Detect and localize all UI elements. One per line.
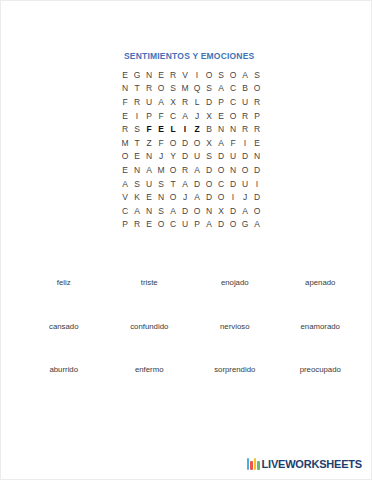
grid-cell-r2c7[interactable]: Q	[191, 82, 203, 96]
grid-cell-r11c2[interactable]: A	[131, 204, 143, 218]
grid-cell-r2c12[interactable]: O	[251, 82, 263, 96]
grid-cell-r8c5[interactable]: O	[167, 163, 179, 177]
grid-cell-r6c5[interactable]: O	[167, 136, 179, 150]
grid-cell-r8c8[interactable]: D	[203, 163, 215, 177]
liveworksheets-brand-text: LIVEWORKSHEETS	[262, 458, 363, 470]
grid-cell-r11c5[interactable]: A	[167, 204, 179, 218]
grid-cell-r6c6[interactable]: D	[179, 136, 191, 150]
grid-cell-r8c6[interactable]: R	[179, 163, 191, 177]
grid-cell-r8c1[interactable]: E	[119, 163, 131, 177]
grid-cell-r9c6[interactable]: A	[179, 177, 191, 191]
grid-cell-r4c11[interactable]: R	[239, 109, 251, 123]
grid-cell-r7c8[interactable]: S	[203, 150, 215, 164]
grid-cell-r2c1[interactable]: N	[119, 82, 131, 96]
word-list-item-enojado: enojado	[192, 277, 278, 289]
grid-cell-r4c9[interactable]: E	[215, 109, 227, 123]
grid-cell-r3c3[interactable]: U	[143, 95, 155, 109]
grid-cell-r11c6[interactable]: D	[179, 204, 191, 218]
grid-cell-r3c9[interactable]: P	[215, 95, 227, 109]
word-list-item-aburrido: aburrido	[21, 364, 107, 376]
grid-cell-r1c3[interactable]: N	[143, 68, 155, 82]
grid-cell-r8c10[interactable]: N	[227, 163, 239, 177]
grid-cell-r6c9[interactable]: A	[215, 136, 227, 150]
grid-cell-r3c11[interactable]: U	[239, 95, 251, 109]
grid-cell-r12c1[interactable]: P	[119, 218, 131, 232]
grid-cell-r2c4[interactable]: O	[155, 82, 167, 96]
grid-cell-r3c8[interactable]: D	[203, 95, 215, 109]
grid-cell-r5c11[interactable]: R	[239, 122, 251, 136]
grid-cell-r3c10[interactable]: C	[227, 95, 239, 109]
grid-cell-r9c8[interactable]: O	[203, 177, 215, 191]
grid-cell-r10c10[interactable]: I	[227, 190, 239, 204]
grid-cell-r3c7[interactable]: L	[191, 95, 203, 109]
grid-cell-r1c7[interactable]: I	[191, 68, 203, 82]
grid-cell-r8c7[interactable]: A	[191, 163, 203, 177]
grid-cell-r7c6[interactable]: D	[179, 150, 191, 164]
grid-cell-r5c10[interactable]: N	[227, 122, 239, 136]
grid-cell-r10c11[interactable]: J	[239, 190, 251, 204]
word-list: feliztristeenojadoapenadocansadoconfundi…	[21, 277, 363, 376]
grid-cell-r11c8[interactable]: N	[203, 204, 215, 218]
grid-cell-r11c1[interactable]: C	[119, 204, 131, 218]
grid-cell-r9c4[interactable]: S	[155, 177, 167, 191]
grid-cell-r5c6[interactable]: I	[179, 122, 191, 136]
grid-cell-r7c3[interactable]: N	[143, 150, 155, 164]
grid-cell-r2c2[interactable]: T	[131, 82, 143, 96]
grid-cell-r9c12[interactable]: I	[251, 177, 263, 191]
grid-cell-r3c6[interactable]: R	[179, 95, 191, 109]
grid-cell-r5c4[interactable]: E	[155, 122, 167, 136]
word-list-item-cansado: cansado	[21, 321, 107, 333]
grid-cell-r5c7[interactable]: Z	[191, 122, 203, 136]
grid-cell-r7c4[interactable]: J	[155, 150, 167, 164]
grid-cell-r2c9[interactable]: A	[215, 82, 227, 96]
grid-cell-r2c5[interactable]: S	[167, 82, 179, 96]
grid-cell-r4c12[interactable]: P	[251, 109, 263, 123]
grid-cell-r12c2[interactable]: R	[131, 218, 143, 232]
grid-cell-r12c8[interactable]: A	[203, 218, 215, 232]
grid-cell-r6c3[interactable]: Z	[143, 136, 155, 150]
grid-cell-r8c12[interactable]: D	[251, 163, 263, 177]
grid-cell-r8c9[interactable]: O	[215, 163, 227, 177]
grid-cell-r6c2[interactable]: T	[131, 136, 143, 150]
word-list-item-triste: triste	[107, 277, 193, 289]
grid-cell-r11c11[interactable]: A	[239, 204, 251, 218]
puzzle-title: SENTIMIENTOS Y EMOCIONES	[124, 51, 254, 61]
grid-cell-r8c2[interactable]: N	[131, 163, 143, 177]
word-list-item-confundido: confundido	[107, 321, 193, 333]
grid-cell-r10c9[interactable]: O	[215, 190, 227, 204]
liveworksheets-bars-icon	[247, 458, 260, 470]
grid-cell-r3c4[interactable]: A	[155, 95, 167, 109]
grid-cell-r5c9[interactable]: N	[215, 122, 227, 136]
grid-cell-r10c3[interactable]: E	[143, 190, 155, 204]
grid-cell-r5c2[interactable]: S	[131, 122, 143, 136]
grid-cell-r7c9[interactable]: D	[215, 150, 227, 164]
grid-cell-r9c7[interactable]: D	[191, 177, 203, 191]
grid-cell-r2c10[interactable]: C	[227, 82, 239, 96]
grid-cell-r2c6[interactable]: M	[179, 82, 191, 96]
word-list-item-apenado: apenado	[278, 277, 364, 289]
grid-cell-r6c10[interactable]: F	[227, 136, 239, 150]
word-list-item-nervioso: nervioso	[192, 321, 278, 333]
grid-cell-r7c2[interactable]: E	[131, 150, 143, 164]
grid-cell-r1c11[interactable]: A	[239, 68, 251, 82]
grid-cell-r3c5[interactable]: X	[167, 95, 179, 109]
grid-cell-r7c7[interactable]: U	[191, 150, 203, 164]
grid-cell-r8c11[interactable]: O	[239, 163, 251, 177]
grid-cell-r2c3[interactable]: R	[143, 82, 155, 96]
grid-cell-r12c6[interactable]: U	[179, 218, 191, 232]
grid-cell-r3c12[interactable]: R	[251, 95, 263, 109]
grid-cell-r2c11[interactable]: B	[239, 82, 251, 96]
grid-cell-r7c10[interactable]: U	[227, 150, 239, 164]
grid-cell-r10c6[interactable]: J	[179, 190, 191, 204]
grid-cell-r6c11[interactable]: I	[239, 136, 251, 150]
grid-cell-r11c10[interactable]: D	[227, 204, 239, 218]
grid-cell-r5c3[interactable]: F	[143, 122, 155, 136]
grid-cell-r12c10[interactable]: O	[227, 218, 239, 232]
grid-cell-r9c5[interactable]: T	[167, 177, 179, 191]
grid-cell-r4c2[interactable]: I	[131, 109, 143, 123]
grid-cell-r9c2[interactable]: S	[131, 177, 143, 191]
grid-cell-r5c12[interactable]: R	[251, 122, 263, 136]
grid-cell-r1c8[interactable]: O	[203, 68, 215, 82]
grid-cell-r10c12[interactable]: D	[251, 190, 263, 204]
grid-cell-r6c4[interactable]: F	[155, 136, 167, 150]
grid-cell-r10c7[interactable]: A	[191, 190, 203, 204]
grid-cell-r1c9[interactable]: S	[215, 68, 227, 82]
grid-cell-r5c5[interactable]: L	[167, 122, 179, 136]
grid-cell-r1c5[interactable]: R	[167, 68, 179, 82]
grid-cell-r1c2[interactable]: G	[131, 68, 143, 82]
grid-cell-r4c4[interactable]: F	[155, 109, 167, 123]
grid-cell-r11c9[interactable]: X	[215, 204, 227, 218]
grid-cell-r2c8[interactable]: S	[203, 82, 215, 96]
grid-cell-r4c8[interactable]: X	[203, 109, 215, 123]
grid-cell-r4c7[interactable]: J	[191, 109, 203, 123]
grid-cell-r8c4[interactable]: M	[155, 163, 167, 177]
grid-cell-r4c1[interactable]: E	[119, 109, 131, 123]
grid-cell-r7c12[interactable]: N	[251, 150, 263, 164]
grid-cell-r1c10[interactable]: O	[227, 68, 239, 82]
grid-cell-r5c1[interactable]: R	[119, 122, 131, 136]
grid-cell-r9c10[interactable]: D	[227, 177, 239, 191]
word-search-grid: EGNERVIOSOASNTROSMQSACBOFRUAXRLDPCUREIPF…	[119, 68, 263, 231]
grid-cell-r9c11[interactable]: U	[239, 177, 251, 191]
grid-cell-r6c8[interactable]: X	[203, 136, 215, 150]
grid-cell-r9c1[interactable]: A	[119, 177, 131, 191]
word-list-item-enfermo: enfermo	[107, 364, 193, 376]
grid-cell-r11c12[interactable]: O	[251, 204, 263, 218]
grid-cell-r6c12[interactable]: E	[251, 136, 263, 150]
grid-cell-r5c8[interactable]: B	[203, 122, 215, 136]
grid-cell-r1c1[interactable]: E	[119, 68, 131, 82]
grid-cell-r12c4[interactable]: O	[155, 218, 167, 232]
word-list-item-enamorado: enamorado	[278, 321, 364, 333]
grid-cell-r4c3[interactable]: P	[143, 109, 155, 123]
liveworksheets-logo: LIVEWORKSHEETS	[247, 456, 363, 472]
word-list-item-feliz: feliz	[21, 277, 107, 289]
grid-cell-r6c7[interactable]: O	[191, 136, 203, 150]
grid-cell-r12c9[interactable]: D	[215, 218, 227, 232]
grid-cell-r11c7[interactable]: O	[191, 204, 203, 218]
grid-cell-r12c12[interactable]: A	[251, 218, 263, 232]
grid-cell-r1c12[interactable]: S	[251, 68, 263, 82]
worksheet-page: SENTIMIENTOS Y EMOCIONES EGNERVIOSOASNTR…	[0, 0, 372, 480]
grid-cell-r7c1[interactable]: O	[119, 150, 131, 164]
grid-cell-r4c10[interactable]: O	[227, 109, 239, 123]
grid-cell-r3c2[interactable]: R	[131, 95, 143, 109]
grid-cell-r10c2[interactable]: K	[131, 190, 143, 204]
grid-cell-r4c5[interactable]: C	[167, 109, 179, 123]
word-list-item-preocupado: preocupado	[278, 364, 364, 376]
grid-cell-r7c5[interactable]: Y	[167, 150, 179, 164]
grid-cell-r1c4[interactable]: E	[155, 68, 167, 82]
grid-cell-r12c11[interactable]: G	[239, 218, 251, 232]
grid-cell-r10c4[interactable]: N	[155, 190, 167, 204]
grid-cell-r12c3[interactable]: E	[143, 218, 155, 232]
grid-cell-r8c3[interactable]: A	[143, 163, 155, 177]
grid-cell-r9c9[interactable]: C	[215, 177, 227, 191]
word-list-item-sorprendido: sorprendido	[192, 364, 278, 376]
grid-cell-r1c6[interactable]: V	[179, 68, 191, 82]
grid-cell-r10c5[interactable]: O	[167, 190, 179, 204]
grid-cell-r11c3[interactable]: N	[143, 204, 155, 218]
grid-cell-r11c4[interactable]: S	[155, 204, 167, 218]
grid-cell-r9c3[interactable]: U	[143, 177, 155, 191]
grid-cell-r10c1[interactable]: V	[119, 190, 131, 204]
grid-cell-r10c8[interactable]: D	[203, 190, 215, 204]
grid-cell-r4c6[interactable]: A	[179, 109, 191, 123]
grid-cell-r6c1[interactable]: M	[119, 136, 131, 150]
grid-cell-r7c11[interactable]: D	[239, 150, 251, 164]
grid-cell-r3c1[interactable]: F	[119, 95, 131, 109]
grid-cell-r12c7[interactable]: P	[191, 218, 203, 232]
grid-cell-r12c5[interactable]: C	[167, 218, 179, 232]
